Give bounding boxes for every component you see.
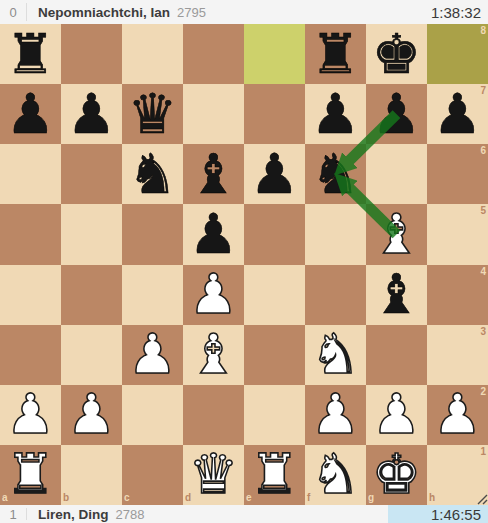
rank-label-5: 5	[480, 206, 486, 216]
file-label-g: g	[368, 493, 374, 503]
square-c6[interactable]: ♞	[122, 144, 183, 204]
square-a4[interactable]	[0, 265, 61, 325]
square-e3[interactable]	[244, 325, 305, 385]
square-e2[interactable]	[244, 385, 305, 445]
black-pawn-e6[interactable]: ♟	[244, 144, 305, 204]
square-d7[interactable]	[183, 84, 244, 144]
square-b7[interactable]: ♟	[61, 84, 122, 144]
file-label-h: h	[429, 493, 435, 503]
divider	[26, 508, 27, 520]
black-knight-f6[interactable]: ♞	[305, 144, 366, 204]
rank-label-3: 3	[480, 327, 486, 337]
square-h7[interactable]: ♟7	[427, 84, 488, 144]
white-king-g1[interactable]: ♚	[366, 445, 427, 505]
square-f2[interactable]: ♟	[305, 385, 366, 445]
white-bishop-d3[interactable]: ♝	[183, 325, 244, 385]
square-b1[interactable]: b	[61, 445, 122, 505]
square-e7[interactable]	[244, 84, 305, 144]
white-queen-d1[interactable]: ♛	[183, 445, 244, 505]
square-a5[interactable]	[0, 204, 61, 264]
square-a1[interactable]: ♜a	[0, 445, 61, 505]
square-g7[interactable]: ♟	[366, 84, 427, 144]
bottom-player-rating: 2788	[116, 507, 145, 522]
square-c5[interactable]	[122, 204, 183, 264]
square-b3[interactable]	[61, 325, 122, 385]
black-pawn-f7[interactable]: ♟	[305, 84, 366, 144]
square-e1[interactable]: ♜e	[244, 445, 305, 505]
square-a2[interactable]: ♟	[0, 385, 61, 445]
square-g6[interactable]	[366, 144, 427, 204]
square-e4[interactable]	[244, 265, 305, 325]
square-d2[interactable]	[183, 385, 244, 445]
file-label-f: f	[307, 493, 310, 503]
top-player-rating: 2795	[177, 5, 206, 20]
white-pawn-d4[interactable]: ♟	[183, 265, 244, 325]
file-label-d: d	[185, 493, 191, 503]
bottom-player-name: Liren, Ding	[38, 507, 109, 522]
file-label-b: b	[63, 493, 69, 503]
black-rook-f8[interactable]: ♜	[305, 24, 366, 84]
divider	[26, 3, 27, 21]
black-pawn-h7[interactable]: ♟	[427, 84, 488, 144]
bottom-player-score: 1	[0, 507, 26, 522]
white-pawn-f2[interactable]: ♟	[305, 385, 366, 445]
rank-label-4: 4	[480, 267, 486, 277]
top-player-bar: 0 Nepomniachtchi, Ian 2795 1:38:32	[0, 0, 488, 24]
black-bishop-d6[interactable]: ♝	[183, 144, 244, 204]
square-c8[interactable]	[122, 24, 183, 84]
black-rook-a8[interactable]: ♜	[0, 24, 61, 84]
square-e6[interactable]: ♟	[244, 144, 305, 204]
black-pawn-a7[interactable]: ♟	[0, 84, 61, 144]
bottom-player-clock: 1:46:55	[388, 505, 488, 523]
top-player-clock: 1:38:32	[424, 0, 488, 24]
square-g1[interactable]: ♚g	[366, 445, 427, 505]
black-knight-c6[interactable]: ♞	[122, 144, 183, 204]
square-c1[interactable]: c	[122, 445, 183, 505]
square-b4[interactable]	[61, 265, 122, 325]
square-h3[interactable]: 3	[427, 325, 488, 385]
square-f5[interactable]	[305, 204, 366, 264]
black-bishop-g4[interactable]: ♝	[366, 265, 427, 325]
square-c7[interactable]: ♛	[122, 84, 183, 144]
white-pawn-c3[interactable]: ♟	[122, 325, 183, 385]
top-player-score: 0	[0, 5, 26, 20]
file-label-c: c	[124, 493, 130, 503]
square-g5[interactable]: ♝	[366, 204, 427, 264]
square-e8[interactable]	[244, 24, 305, 84]
square-c3[interactable]: ♟	[122, 325, 183, 385]
rank-label-6: 6	[480, 146, 486, 156]
square-h4[interactable]: 4	[427, 265, 488, 325]
white-rook-e1[interactable]: ♜	[244, 445, 305, 505]
square-e5[interactable]	[244, 204, 305, 264]
square-g2[interactable]: ♟	[366, 385, 427, 445]
black-pawn-b7[interactable]: ♟	[61, 84, 122, 144]
square-g4[interactable]: ♝	[366, 265, 427, 325]
square-f7[interactable]: ♟	[305, 84, 366, 144]
white-pawn-g2[interactable]: ♟	[366, 385, 427, 445]
rank-label-8: 8	[480, 26, 486, 36]
square-g8[interactable]: ♚	[366, 24, 427, 84]
square-h5[interactable]: 5	[427, 204, 488, 264]
square-a7[interactable]: ♟	[0, 84, 61, 144]
black-pawn-d5[interactable]: ♟	[183, 204, 244, 264]
black-queen-c7[interactable]: ♛	[122, 84, 183, 144]
chess-board[interactable]: ♜♜♚8♟♟♛♟♟♟7♞♝♟♞6♟♝5♟♝4♟♝♞3♟♟♟♟♟2♜abc♛d♜e…	[0, 24, 488, 505]
white-rook-a1[interactable]: ♜	[0, 445, 61, 505]
square-c4[interactable]	[122, 265, 183, 325]
black-king-g8[interactable]: ♚	[366, 24, 427, 84]
square-c2[interactable]	[122, 385, 183, 445]
square-d6[interactable]: ♝	[183, 144, 244, 204]
rank-label-7: 7	[480, 86, 486, 96]
square-h8[interactable]: 8	[427, 24, 488, 84]
square-f6[interactable]: ♞	[305, 144, 366, 204]
square-f4[interactable]	[305, 265, 366, 325]
file-label-e: e	[246, 493, 252, 503]
rank-label-1: 1	[480, 447, 486, 457]
white-knight-f3[interactable]: ♞	[305, 325, 366, 385]
bottom-player-bar: 1 Liren, Ding 2788 1:46:55	[0, 505, 488, 523]
square-d8[interactable]	[183, 24, 244, 84]
square-g3[interactable]	[366, 325, 427, 385]
square-f1[interactable]: ♞f	[305, 445, 366, 505]
rank-label-2: 2	[480, 387, 486, 397]
board-resize-handle[interactable]	[474, 491, 488, 505]
white-bishop-g5[interactable]: ♝	[366, 204, 427, 264]
square-a6[interactable]	[0, 144, 61, 204]
white-pawn-h2[interactable]: ♟	[427, 385, 488, 445]
square-a3[interactable]	[0, 325, 61, 385]
square-a8[interactable]: ♜	[0, 24, 61, 84]
square-d5[interactable]: ♟	[183, 204, 244, 264]
square-b5[interactable]	[61, 204, 122, 264]
square-f8[interactable]: ♜	[305, 24, 366, 84]
white-pawn-b2[interactable]: ♟	[61, 385, 122, 445]
square-d3[interactable]: ♝	[183, 325, 244, 385]
top-player-name: Nepomniachtchi, Ian	[38, 5, 170, 20]
square-b2[interactable]: ♟	[61, 385, 122, 445]
square-b6[interactable]	[61, 144, 122, 204]
black-pawn-g7[interactable]: ♟	[366, 84, 427, 144]
square-f3[interactable]: ♞	[305, 325, 366, 385]
square-h6[interactable]: 6	[427, 144, 488, 204]
square-d4[interactable]: ♟	[183, 265, 244, 325]
white-knight-f1[interactable]: ♞	[305, 445, 366, 505]
square-b8[interactable]	[61, 24, 122, 84]
file-label-a: a	[2, 493, 8, 503]
white-pawn-a2[interactable]: ♟	[0, 385, 61, 445]
square-d1[interactable]: ♛d	[183, 445, 244, 505]
chess-broadcast-panel: 0 Nepomniachtchi, Ian 2795 1:38:32 ♜♜♚8♟…	[0, 0, 488, 523]
square-h2[interactable]: ♟2	[427, 385, 488, 445]
